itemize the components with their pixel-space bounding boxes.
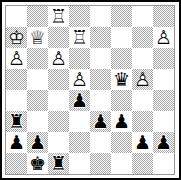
pawn-glyph: ♟: [111, 111, 132, 132]
square-b6[interactable]: [27, 48, 48, 69]
square-a6[interactable]: ♟♙: [6, 48, 27, 69]
square-a3[interactable]: ♜: [6, 111, 27, 132]
pawn-glyph: ♟: [69, 90, 90, 111]
square-g6[interactable]: [132, 48, 153, 69]
square-e8[interactable]: [90, 6, 111, 27]
pawn-outline-layer: ♙: [48, 48, 69, 69]
square-h8[interactable]: [153, 6, 174, 27]
square-d4[interactable]: ♟: [69, 90, 90, 111]
square-c1[interactable]: ♜: [48, 153, 69, 174]
chess-board: ♜♖♚♔♛♕♜♖♟♙♟♙♟♙♟♙♛♟♙♟♜♟♟♟♟♟♟♚♜: [5, 5, 175, 175]
square-a7[interactable]: ♚♔: [6, 27, 27, 48]
square-h1[interactable]: [153, 153, 174, 174]
square-f2[interactable]: [111, 132, 132, 153]
piece-black-pawn[interactable]: ♟: [90, 111, 111, 132]
square-c4[interactable]: [48, 90, 69, 111]
square-c6[interactable]: ♟♙: [48, 48, 69, 69]
square-h7[interactable]: ♟♙: [153, 27, 174, 48]
square-g3[interactable]: [132, 111, 153, 132]
square-d8[interactable]: [69, 6, 90, 27]
square-e6[interactable]: [90, 48, 111, 69]
rook-glyph: ♜: [48, 153, 69, 174]
square-b2[interactable]: ♟: [27, 132, 48, 153]
piece-white-pawn[interactable]: ♟♙: [6, 48, 27, 69]
piece-white-pawn[interactable]: ♟♙: [132, 69, 153, 90]
square-d5[interactable]: ♟♙: [69, 69, 90, 90]
pawn-outline-layer: ♙: [69, 69, 90, 90]
square-a4[interactable]: [6, 90, 27, 111]
square-h2[interactable]: ♟: [153, 132, 174, 153]
piece-white-pawn[interactable]: ♟♙: [48, 48, 69, 69]
piece-black-pawn[interactable]: ♟: [132, 132, 153, 153]
queen-glyph: ♛: [111, 69, 132, 90]
piece-black-rook[interactable]: ♜: [48, 153, 69, 174]
square-e7[interactable]: [90, 27, 111, 48]
piece-black-pawn[interactable]: ♟: [69, 90, 90, 111]
square-d1[interactable]: [69, 153, 90, 174]
square-f6[interactable]: [111, 48, 132, 69]
piece-white-rook[interactable]: ♜♖: [69, 27, 90, 48]
square-f7[interactable]: [111, 27, 132, 48]
square-b1[interactable]: ♚: [27, 153, 48, 174]
king-outline-layer: ♔: [6, 27, 27, 48]
square-g4[interactable]: [132, 90, 153, 111]
piece-white-queen[interactable]: ♛♕: [27, 27, 48, 48]
piece-black-pawn[interactable]: ♟: [27, 132, 48, 153]
square-h6[interactable]: [153, 48, 174, 69]
square-a2[interactable]: ♟: [6, 132, 27, 153]
piece-white-pawn[interactable]: ♟♙: [153, 27, 174, 48]
square-e4[interactable]: [90, 90, 111, 111]
square-g7[interactable]: [132, 27, 153, 48]
pawn-glyph: ♟: [27, 132, 48, 153]
pawn-glyph: ♟: [153, 132, 174, 153]
square-c2[interactable]: [48, 132, 69, 153]
square-b4[interactable]: [27, 90, 48, 111]
square-c3[interactable]: [48, 111, 69, 132]
piece-white-rook[interactable]: ♜♖: [48, 6, 69, 27]
piece-black-king[interactable]: ♚: [27, 153, 48, 174]
pawn-outline-layer: ♙: [132, 69, 153, 90]
square-a1[interactable]: [6, 153, 27, 174]
square-d6[interactable]: [69, 48, 90, 69]
square-d3[interactable]: [69, 111, 90, 132]
square-h5[interactable]: [153, 69, 174, 90]
piece-black-queen[interactable]: ♛: [111, 69, 132, 90]
square-g5[interactable]: ♟♙: [132, 69, 153, 90]
square-g2[interactable]: ♟: [132, 132, 153, 153]
square-f8[interactable]: [111, 6, 132, 27]
square-e2[interactable]: [90, 132, 111, 153]
square-f3[interactable]: ♟: [111, 111, 132, 132]
piece-black-pawn[interactable]: ♟: [111, 111, 132, 132]
square-h3[interactable]: [153, 111, 174, 132]
square-c5[interactable]: [48, 69, 69, 90]
chess-diagram-frame: ♜♖♚♔♛♕♜♖♟♙♟♙♟♙♟♙♛♟♙♟♜♟♟♟♟♟♟♚♜: [0, 0, 181, 180]
square-f4[interactable]: [111, 90, 132, 111]
square-e1[interactable]: [90, 153, 111, 174]
rook-glyph: ♜: [6, 111, 27, 132]
piece-white-pawn[interactable]: ♟♙: [69, 69, 90, 90]
square-d7[interactable]: ♜♖: [69, 27, 90, 48]
square-e5[interactable]: [90, 69, 111, 90]
square-a8[interactable]: [6, 6, 27, 27]
king-glyph: ♚: [27, 153, 48, 174]
piece-black-pawn[interactable]: ♟: [153, 132, 174, 153]
pawn-glyph: ♟: [6, 132, 27, 153]
piece-white-king[interactable]: ♚♔: [6, 27, 27, 48]
square-b7[interactable]: ♛♕: [27, 27, 48, 48]
pawn-glyph: ♟: [90, 111, 111, 132]
square-g8[interactable]: [132, 6, 153, 27]
square-b3[interactable]: [27, 111, 48, 132]
square-f5[interactable]: ♛: [111, 69, 132, 90]
queen-outline-layer: ♕: [27, 27, 48, 48]
pawn-outline-layer: ♙: [153, 27, 174, 48]
square-c8[interactable]: ♜♖: [48, 6, 69, 27]
square-c7[interactable]: [48, 27, 69, 48]
piece-black-pawn[interactable]: ♟: [6, 132, 27, 153]
square-f1[interactable]: [111, 153, 132, 174]
square-h4[interactable]: [153, 90, 174, 111]
pawn-glyph: ♟: [132, 132, 153, 153]
piece-black-rook[interactable]: ♜: [6, 111, 27, 132]
square-g1[interactable]: [132, 153, 153, 174]
pawn-outline-layer: ♙: [6, 48, 27, 69]
square-d2[interactable]: [69, 132, 90, 153]
square-e3[interactable]: ♟: [90, 111, 111, 132]
square-b8[interactable]: [27, 6, 48, 27]
rook-outline-layer: ♖: [48, 6, 69, 27]
rook-outline-layer: ♖: [69, 27, 90, 48]
square-a5[interactable]: [6, 69, 27, 90]
square-b5[interactable]: [27, 69, 48, 90]
